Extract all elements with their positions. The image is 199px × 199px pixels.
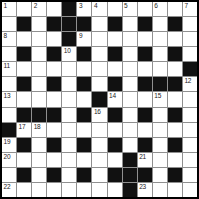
white-cell[interactable] bbox=[168, 32, 182, 46]
white-cell[interactable] bbox=[92, 183, 106, 197]
black-cell bbox=[17, 17, 31, 31]
clue-number: 22 bbox=[4, 183, 11, 191]
white-cell[interactable] bbox=[32, 17, 46, 31]
white-cell[interactable] bbox=[77, 62, 91, 76]
clue-number: 6 bbox=[154, 2, 157, 10]
white-cell[interactable] bbox=[92, 77, 106, 91]
white-cell[interactable] bbox=[32, 77, 46, 91]
white-cell[interactable] bbox=[153, 168, 167, 182]
white-cell[interactable] bbox=[32, 168, 46, 182]
black-cell bbox=[47, 108, 61, 122]
white-cell[interactable]: 19 bbox=[2, 138, 16, 152]
black-cell bbox=[168, 168, 182, 182]
white-cell[interactable]: 17 bbox=[17, 123, 31, 137]
black-cell bbox=[77, 77, 91, 91]
white-cell[interactable] bbox=[62, 62, 76, 76]
black-cell bbox=[47, 138, 61, 152]
black-cell bbox=[32, 108, 46, 122]
clue-number: 12 bbox=[184, 77, 191, 85]
clue-number: 17 bbox=[19, 123, 26, 131]
white-cell[interactable] bbox=[123, 92, 137, 106]
white-cell[interactable] bbox=[168, 92, 182, 106]
white-cell[interactable] bbox=[123, 108, 137, 122]
white-cell[interactable]: 11 bbox=[2, 62, 16, 76]
white-cell[interactable] bbox=[32, 47, 46, 61]
white-cell[interactable] bbox=[47, 62, 61, 76]
black-cell bbox=[108, 77, 122, 91]
white-cell[interactable] bbox=[92, 168, 106, 182]
black-cell bbox=[62, 32, 76, 46]
white-cell[interactable]: 4 bbox=[92, 2, 106, 16]
black-cell bbox=[77, 138, 91, 152]
white-cell[interactable] bbox=[108, 183, 122, 197]
white-cell[interactable] bbox=[2, 47, 16, 61]
black-cell bbox=[153, 77, 167, 91]
white-cell[interactable] bbox=[168, 2, 182, 16]
white-cell[interactable] bbox=[62, 183, 76, 197]
white-cell[interactable] bbox=[17, 92, 31, 106]
white-cell[interactable] bbox=[168, 183, 182, 197]
white-cell[interactable] bbox=[183, 92, 197, 106]
white-cell[interactable] bbox=[123, 32, 137, 46]
white-cell[interactable] bbox=[153, 153, 167, 167]
black-cell bbox=[138, 77, 152, 91]
white-cell[interactable]: 5 bbox=[123, 2, 137, 16]
white-cell[interactable] bbox=[153, 47, 167, 61]
white-cell[interactable]: 15 bbox=[153, 92, 167, 106]
white-cell[interactable]: 7 bbox=[183, 2, 197, 16]
white-cell[interactable] bbox=[92, 62, 106, 76]
clue-number: 9 bbox=[79, 32, 82, 40]
black-cell bbox=[17, 168, 31, 182]
black-cell bbox=[123, 168, 137, 182]
white-cell[interactable] bbox=[62, 168, 76, 182]
black-cell bbox=[47, 17, 61, 31]
white-cell[interactable] bbox=[47, 32, 61, 46]
black-cell bbox=[77, 108, 91, 122]
white-cell[interactable] bbox=[123, 17, 137, 31]
white-cell[interactable] bbox=[62, 138, 76, 152]
clue-number: 15 bbox=[154, 92, 161, 100]
white-cell[interactable] bbox=[92, 17, 106, 31]
black-cell bbox=[138, 47, 152, 61]
white-cell[interactable] bbox=[108, 2, 122, 16]
black-cell bbox=[168, 108, 182, 122]
black-cell bbox=[123, 183, 137, 197]
white-cell[interactable] bbox=[123, 62, 137, 76]
white-cell[interactable] bbox=[183, 138, 197, 152]
black-cell bbox=[108, 108, 122, 122]
white-cell[interactable] bbox=[108, 123, 122, 137]
white-cell[interactable] bbox=[108, 32, 122, 46]
white-cell[interactable] bbox=[62, 77, 76, 91]
white-cell[interactable] bbox=[17, 32, 31, 46]
white-cell[interactable] bbox=[92, 123, 106, 137]
white-cell[interactable] bbox=[153, 138, 167, 152]
black-cell bbox=[77, 168, 91, 182]
white-cell[interactable]: 12 bbox=[183, 77, 197, 91]
white-cell[interactable]: 10 bbox=[62, 47, 76, 61]
black-cell bbox=[17, 77, 31, 91]
clue-number: 8 bbox=[4, 32, 7, 40]
white-cell[interactable] bbox=[2, 77, 16, 91]
white-cell[interactable] bbox=[153, 108, 167, 122]
white-cell[interactable] bbox=[108, 62, 122, 76]
white-cell[interactable] bbox=[138, 2, 152, 16]
black-cell bbox=[62, 17, 76, 31]
black-cell bbox=[47, 168, 61, 182]
white-cell[interactable] bbox=[138, 123, 152, 137]
white-cell[interactable]: 22 bbox=[2, 183, 16, 197]
black-cell bbox=[108, 47, 122, 61]
clue-number: 4 bbox=[94, 2, 97, 10]
black-cell bbox=[47, 77, 61, 91]
black-cell bbox=[77, 47, 91, 61]
white-cell[interactable] bbox=[77, 153, 91, 167]
white-cell[interactable] bbox=[47, 2, 61, 16]
black-cell bbox=[168, 17, 182, 31]
black-cell bbox=[17, 138, 31, 152]
clue-number: 16 bbox=[94, 108, 101, 116]
white-cell[interactable] bbox=[123, 77, 137, 91]
black-cell bbox=[17, 47, 31, 61]
black-cell bbox=[168, 77, 182, 91]
clue-number: 1 bbox=[4, 2, 7, 10]
white-cell[interactable] bbox=[17, 153, 31, 167]
white-cell[interactable] bbox=[32, 153, 46, 167]
white-cell[interactable] bbox=[92, 138, 106, 152]
black-cell bbox=[47, 47, 61, 61]
white-cell[interactable] bbox=[77, 92, 91, 106]
white-cell[interactable] bbox=[123, 123, 137, 137]
white-cell[interactable] bbox=[62, 92, 76, 106]
white-cell[interactable]: 13 bbox=[2, 92, 16, 106]
clue-number: 14 bbox=[109, 92, 116, 100]
clue-number: 7 bbox=[184, 2, 187, 10]
white-cell[interactable] bbox=[62, 153, 76, 167]
clue-number: 11 bbox=[4, 62, 10, 70]
clue-number: 10 bbox=[64, 47, 71, 55]
white-cell[interactable] bbox=[183, 108, 197, 122]
white-cell[interactable] bbox=[32, 92, 46, 106]
white-cell[interactable] bbox=[183, 168, 197, 182]
black-cell bbox=[92, 92, 106, 106]
white-cell[interactable] bbox=[32, 62, 46, 76]
white-cell[interactable] bbox=[2, 17, 16, 31]
white-cell[interactable] bbox=[32, 183, 46, 197]
clue-number: 20 bbox=[4, 153, 11, 161]
white-cell[interactable] bbox=[77, 123, 91, 137]
white-cell[interactable] bbox=[168, 123, 182, 137]
white-cell[interactable] bbox=[183, 183, 197, 197]
clue-number: 18 bbox=[34, 123, 41, 131]
clue-number: 19 bbox=[4, 138, 11, 146]
white-cell[interactable] bbox=[47, 92, 61, 106]
white-cell[interactable] bbox=[62, 108, 76, 122]
white-cell[interactable] bbox=[153, 17, 167, 31]
black-cell bbox=[17, 108, 31, 122]
white-cell[interactable] bbox=[17, 2, 31, 16]
white-cell[interactable] bbox=[168, 153, 182, 167]
white-cell[interactable] bbox=[77, 183, 91, 197]
black-cell bbox=[123, 153, 137, 167]
clue-number: 21 bbox=[139, 153, 146, 161]
white-cell[interactable] bbox=[17, 183, 31, 197]
white-cell[interactable] bbox=[92, 32, 106, 46]
black-cell bbox=[108, 168, 122, 182]
black-cell bbox=[2, 123, 16, 137]
black-cell bbox=[138, 17, 152, 31]
white-cell[interactable] bbox=[138, 92, 152, 106]
black-cell bbox=[62, 2, 76, 16]
black-cell bbox=[168, 47, 182, 61]
white-cell[interactable]: 14 bbox=[108, 92, 122, 106]
white-cell[interactable] bbox=[108, 153, 122, 167]
white-cell[interactable] bbox=[32, 32, 46, 46]
white-cell[interactable]: 21 bbox=[138, 153, 152, 167]
white-cell[interactable] bbox=[92, 153, 106, 167]
white-cell[interactable] bbox=[168, 62, 182, 76]
white-cell[interactable] bbox=[153, 183, 167, 197]
clue-number: 23 bbox=[139, 183, 146, 191]
clue-number: 13 bbox=[4, 92, 11, 100]
white-cell[interactable]: 2 bbox=[32, 2, 46, 16]
white-cell[interactable] bbox=[153, 123, 167, 137]
white-cell[interactable] bbox=[183, 123, 197, 137]
black-cell bbox=[77, 17, 91, 31]
white-cell[interactable] bbox=[153, 62, 167, 76]
white-cell[interactable] bbox=[123, 138, 137, 152]
white-cell[interactable] bbox=[2, 168, 16, 182]
white-cell[interactable]: 3 bbox=[77, 2, 91, 16]
white-cell[interactable] bbox=[183, 17, 197, 31]
white-cell[interactable] bbox=[92, 47, 106, 61]
black-cell bbox=[138, 108, 152, 122]
black-cell bbox=[138, 168, 152, 182]
white-cell[interactable]: 8 bbox=[2, 32, 16, 46]
white-cell[interactable]: 1 bbox=[2, 2, 16, 16]
crossword-grid: 1234567891011121314151617181920212223 bbox=[0, 0, 199, 199]
clue-number: 2 bbox=[34, 2, 37, 10]
white-cell[interactable] bbox=[183, 32, 197, 46]
white-cell[interactable] bbox=[32, 138, 46, 152]
white-cell[interactable] bbox=[47, 153, 61, 167]
clue-number: 3 bbox=[79, 2, 82, 10]
white-cell[interactable] bbox=[62, 123, 76, 137]
black-cell bbox=[168, 138, 182, 152]
white-cell[interactable]: 23 bbox=[138, 183, 152, 197]
page: 1234567891011121314151617181920212223 bbox=[0, 0, 199, 199]
white-cell[interactable] bbox=[153, 32, 167, 46]
white-cell[interactable] bbox=[2, 108, 16, 122]
white-cell[interactable]: 20 bbox=[2, 153, 16, 167]
white-cell[interactable] bbox=[183, 153, 197, 167]
white-cell[interactable]: 9 bbox=[77, 32, 91, 46]
white-cell[interactable] bbox=[138, 62, 152, 76]
white-cell[interactable] bbox=[138, 32, 152, 46]
white-cell[interactable]: 16 bbox=[92, 108, 106, 122]
white-cell[interactable]: 18 bbox=[32, 123, 46, 137]
white-cell[interactable] bbox=[17, 62, 31, 76]
white-cell[interactable] bbox=[123, 47, 137, 61]
white-cell[interactable] bbox=[183, 47, 197, 61]
white-cell[interactable]: 6 bbox=[153, 2, 167, 16]
white-cell[interactable] bbox=[47, 123, 61, 137]
black-cell bbox=[108, 17, 122, 31]
white-cell[interactable] bbox=[47, 183, 61, 197]
black-cell bbox=[138, 138, 152, 152]
black-cell bbox=[108, 138, 122, 152]
black-cell bbox=[183, 62, 197, 76]
clue-number: 5 bbox=[124, 2, 127, 10]
